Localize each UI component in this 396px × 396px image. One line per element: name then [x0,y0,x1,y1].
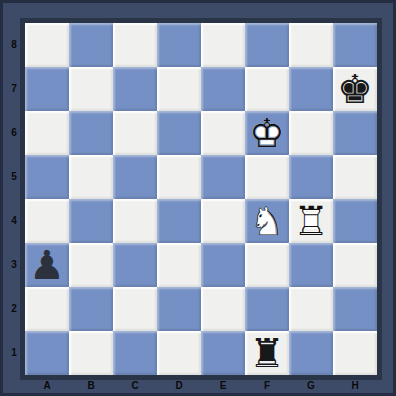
square-e7[interactable] [201,67,245,111]
square-c8[interactable] [113,23,157,67]
white-rook-piece[interactable]: ♜♖ [289,199,333,243]
square-g6[interactable] [289,111,333,155]
file-label-f: F [245,377,289,395]
square-h1[interactable] [333,331,377,375]
square-b3[interactable] [69,243,113,287]
square-h4[interactable] [333,199,377,243]
king-icon: ♚ [333,67,377,111]
rank-label-7: 7 [5,67,23,111]
square-e1[interactable] [201,331,245,375]
file-label-e: E [201,377,245,395]
square-g4[interactable]: ♜♖ [289,199,333,243]
black-pawn-piece[interactable]: ♟♟ [25,243,69,287]
square-e4[interactable] [201,199,245,243]
square-e3[interactable] [201,243,245,287]
square-f1[interactable]: ♜♜ [245,331,289,375]
square-a8[interactable] [25,23,69,67]
square-d6[interactable] [157,111,201,155]
square-d8[interactable] [157,23,201,67]
square-a4[interactable] [25,199,69,243]
square-e6[interactable] [201,111,245,155]
square-f2[interactable] [245,287,289,331]
square-b1[interactable] [69,331,113,375]
rook-icon: ♖ [289,199,333,243]
square-g3[interactable] [289,243,333,287]
square-b5[interactable] [69,155,113,199]
square-h8[interactable] [333,23,377,67]
square-c4[interactable] [113,199,157,243]
square-f8[interactable] [245,23,289,67]
square-e5[interactable] [201,155,245,199]
black-rook-piece[interactable]: ♜♜ [245,331,289,375]
white-king-piece[interactable]: ♚♔ [245,111,289,155]
square-b8[interactable] [69,23,113,67]
rank-label-8: 8 [5,23,23,67]
square-c5[interactable] [113,155,157,199]
square-c7[interactable] [113,67,157,111]
square-g2[interactable] [289,287,333,331]
rank-label-1: 1 [5,331,23,375]
square-d5[interactable] [157,155,201,199]
file-label-a: A [25,377,69,395]
king-icon: ♔ [245,111,289,155]
square-a5[interactable] [25,155,69,199]
file-label-h: H [333,377,377,395]
square-h6[interactable] [333,111,377,155]
square-h7[interactable]: ♚♚ [333,67,377,111]
rook-icon: ♜ [245,331,289,375]
square-d7[interactable] [157,67,201,111]
square-c6[interactable] [113,111,157,155]
square-d1[interactable] [157,331,201,375]
chess-board: ♚♚♚♔♞♘♜♖♟♟♜♜ [25,23,377,375]
square-d2[interactable] [157,287,201,331]
square-c2[interactable] [113,287,157,331]
square-f3[interactable] [245,243,289,287]
pawn-icon: ♟ [25,243,69,287]
square-c1[interactable] [113,331,157,375]
square-f5[interactable] [245,155,289,199]
square-f4[interactable]: ♞♘ [245,199,289,243]
square-b4[interactable] [69,199,113,243]
square-f7[interactable] [245,67,289,111]
square-c3[interactable] [113,243,157,287]
knight-icon: ♘ [245,199,289,243]
rank-label-4: 4 [5,199,23,243]
square-d4[interactable] [157,199,201,243]
rank-label-5: 5 [5,155,23,199]
file-label-c: C [113,377,157,395]
file-label-b: B [69,377,113,395]
square-h2[interactable] [333,287,377,331]
square-b2[interactable] [69,287,113,331]
square-f6[interactable]: ♚♔ [245,111,289,155]
square-a2[interactable] [25,287,69,331]
square-g1[interactable] [289,331,333,375]
square-b7[interactable] [69,67,113,111]
square-g7[interactable] [289,67,333,111]
chess-diagram: ♚♚♚♔♞♘♜♖♟♟♜♜ 87654321 ABCDEFGH [0,0,396,396]
square-h3[interactable] [333,243,377,287]
rank-label-6: 6 [5,111,23,155]
rank-label-2: 2 [5,287,23,331]
square-g5[interactable] [289,155,333,199]
file-label-g: G [289,377,333,395]
square-d3[interactable] [157,243,201,287]
square-a7[interactable] [25,67,69,111]
square-h5[interactable] [333,155,377,199]
square-a1[interactable] [25,331,69,375]
white-knight-piece[interactable]: ♞♘ [245,199,289,243]
file-label-d: D [157,377,201,395]
square-e8[interactable] [201,23,245,67]
square-e2[interactable] [201,287,245,331]
square-a3[interactable]: ♟♟ [25,243,69,287]
square-b6[interactable] [69,111,113,155]
square-g8[interactable] [289,23,333,67]
black-king-piece[interactable]: ♚♚ [333,67,377,111]
rank-label-3: 3 [5,243,23,287]
square-a6[interactable] [25,111,69,155]
